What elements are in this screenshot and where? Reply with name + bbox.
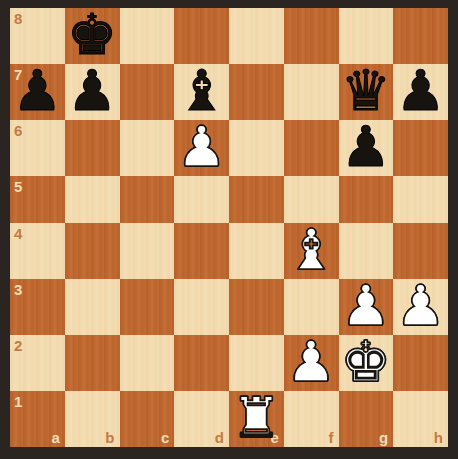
piece-white-pawn[interactable]: ♟ [396,278,446,334]
square-f5[interactable] [284,176,339,223]
square-b6[interactable] [65,120,120,176]
square-h4[interactable] [393,223,448,279]
square-d2[interactable] [174,335,229,391]
square-e5[interactable] [229,176,284,223]
square-b4[interactable] [65,223,120,279]
chess-board: 8♚7♟♟♝♛♟6♟♟54♝3♟♟2♟♚1abcde♜fgh [10,8,448,447]
square-g1[interactable]: g [339,391,394,447]
square-b5[interactable] [65,176,120,223]
coord-rank-3: 3 [14,282,22,297]
square-b3[interactable] [65,279,120,335]
square-f6[interactable] [284,120,339,176]
piece-white-rook[interactable]: ♜ [231,390,281,446]
piece-black-queen[interactable]: ♛ [341,63,391,119]
piece-black-pawn[interactable]: ♟ [396,63,446,119]
square-e1[interactable]: e♜ [229,391,284,447]
square-h6[interactable] [393,120,448,176]
coord-file-h: h [434,430,443,445]
square-d7[interactable]: ♝ [174,64,229,120]
square-h8[interactable] [393,8,448,64]
piece-white-king[interactable]: ♚ [341,334,391,390]
square-e6[interactable] [229,120,284,176]
square-h5[interactable] [393,176,448,223]
square-b2[interactable] [65,335,120,391]
coord-rank-6: 6 [14,123,22,138]
square-a2[interactable]: 2 [10,335,65,391]
square-h2[interactable] [393,335,448,391]
square-c1[interactable]: c [120,391,175,447]
square-b7[interactable]: ♟ [65,64,120,120]
square-h1[interactable]: h [393,391,448,447]
coord-file-f: f [329,430,334,445]
piece-white-pawn[interactable]: ♟ [177,119,227,175]
square-e7[interactable] [229,64,284,120]
piece-white-bishop[interactable]: ♝ [286,222,336,278]
coord-rank-1: 1 [14,394,22,409]
square-a3[interactable]: 3 [10,279,65,335]
square-h7[interactable]: ♟ [393,64,448,120]
piece-black-king[interactable]: ♚ [67,7,117,63]
square-a8[interactable]: 8 [10,8,65,64]
square-f3[interactable] [284,279,339,335]
coord-file-a: a [51,430,59,445]
square-h3[interactable]: ♟ [393,279,448,335]
piece-black-pawn[interactable]: ♟ [341,119,391,175]
square-c4[interactable] [120,223,175,279]
square-f4[interactable]: ♝ [284,223,339,279]
coord-rank-2: 2 [14,338,22,353]
coord-rank-4: 4 [14,226,22,241]
square-f8[interactable] [284,8,339,64]
square-d1[interactable]: d [174,391,229,447]
square-a5[interactable]: 5 [10,176,65,223]
square-a7[interactable]: 7♟ [10,64,65,120]
square-c2[interactable] [120,335,175,391]
square-b1[interactable]: b [65,391,120,447]
square-c6[interactable] [120,120,175,176]
square-a1[interactable]: 1a [10,391,65,447]
square-d6[interactable]: ♟ [174,120,229,176]
square-g8[interactable] [339,8,394,64]
square-a6[interactable]: 6 [10,120,65,176]
square-c8[interactable] [120,8,175,64]
square-g2[interactable]: ♚ [339,335,394,391]
square-a4[interactable]: 4 [10,223,65,279]
square-g3[interactable]: ♟ [339,279,394,335]
piece-black-pawn[interactable]: ♟ [12,63,62,119]
square-d4[interactable] [174,223,229,279]
square-f2[interactable]: ♟ [284,335,339,391]
square-g4[interactable] [339,223,394,279]
square-c7[interactable] [120,64,175,120]
square-d3[interactable] [174,279,229,335]
coord-rank-5: 5 [14,179,22,194]
square-c3[interactable] [120,279,175,335]
square-b8[interactable]: ♚ [65,8,120,64]
square-c5[interactable] [120,176,175,223]
square-f7[interactable] [284,64,339,120]
piece-black-pawn[interactable]: ♟ [67,63,117,119]
square-d8[interactable] [174,8,229,64]
piece-white-pawn[interactable]: ♟ [286,334,336,390]
coord-rank-8: 8 [14,11,22,26]
square-g6[interactable]: ♟ [339,120,394,176]
square-d5[interactable] [174,176,229,223]
square-g7[interactable]: ♛ [339,64,394,120]
piece-black-bishop[interactable]: ♝ [177,63,227,119]
chess-app-window: 8♚7♟♟♝♛♟6♟♟54♝3♟♟2♟♚1abcde♜fgh [0,0,458,459]
coord-file-c: c [161,430,169,445]
square-e8[interactable] [229,8,284,64]
square-e4[interactable] [229,223,284,279]
coord-file-d: d [215,430,224,445]
piece-white-pawn[interactable]: ♟ [341,278,391,334]
coord-file-b: b [105,430,114,445]
square-e3[interactable] [229,279,284,335]
coord-file-g: g [379,430,388,445]
square-f1[interactable]: f [284,391,339,447]
square-g5[interactable] [339,176,394,223]
square-e2[interactable] [229,335,284,391]
